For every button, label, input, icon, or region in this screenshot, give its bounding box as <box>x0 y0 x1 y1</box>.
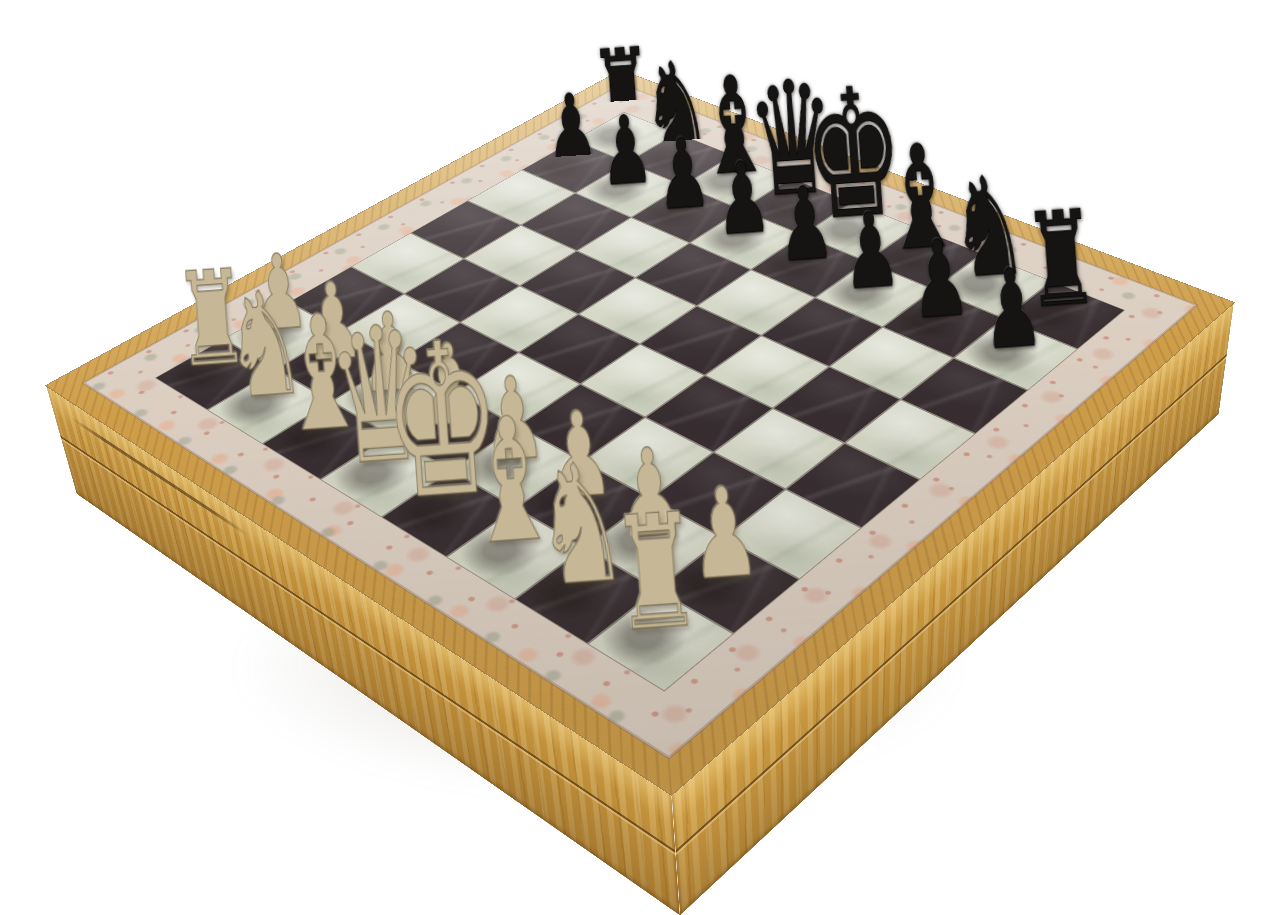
photo-scene: ♜♞♝♛♚♝♞♜♟♟♟♟♟♟♟♟♟♟♟♟♟♟♟♟♜♞♝♛♚♝♞♜ <box>0 0 1280 915</box>
piece-white-pawn-h2[interactable]: ♟ <box>612 331 829 591</box>
piece-white-rook-h1[interactable]: ♜ <box>540 378 763 646</box>
pawn-glyph: ♟ <box>686 475 763 594</box>
bishop-glyph: ♝ <box>457 399 563 563</box>
pawn-glyph: ♟ <box>613 436 688 552</box>
rook-glyph: ♜ <box>607 499 704 650</box>
